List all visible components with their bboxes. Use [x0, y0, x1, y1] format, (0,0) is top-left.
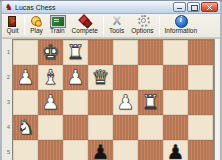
toolbar-separator — [24, 16, 25, 35]
square-g3[interactable]: ♟ — [38, 90, 63, 115]
app-logo-icon: ♞ — [5, 2, 13, 13]
black-pawn-b5[interactable]: ♟ — [163, 140, 188, 160]
play-coins-icon — [30, 15, 43, 27]
puzzle-icon — [78, 15, 91, 27]
square-c3[interactable]: ♜ — [138, 90, 163, 115]
square-a3[interactable] — [188, 90, 213, 115]
square-g1[interactable]: ♚ — [38, 40, 63, 65]
toolbar-label-options: Options — [131, 27, 153, 34]
toolbar-item-compete[interactable]: Compete — [70, 15, 100, 34]
square-c1[interactable] — [138, 40, 163, 65]
square-f5[interactable] — [63, 140, 88, 160]
square-b4[interactable] — [163, 115, 188, 140]
white-knight-h4[interactable]: ♞ — [13, 115, 38, 140]
close-button[interactable] — [201, 2, 218, 12]
square-f1[interactable]: ♜ — [63, 40, 88, 65]
white-pawn-d3[interactable]: ♟ — [113, 90, 138, 115]
titlebar[interactable]: ♞ Lucas Chess — [2, 1, 220, 14]
white-rook-f1[interactable]: ♜ — [63, 40, 88, 65]
rank-label-1: 1 — [2, 40, 12, 65]
square-d2[interactable] — [113, 65, 138, 90]
rank-labels: 12345 — [2, 39, 12, 160]
board-panel: 12345 ♚♜♟♝♟♛♟♟♜♞♟♟ — [2, 38, 220, 160]
square-b3[interactable] — [163, 90, 188, 115]
rank-label-4: 4 — [2, 115, 12, 140]
gear-icon — [136, 15, 149, 27]
chess-board[interactable]: ♚♜♟♝♟♛♟♟♜♞♟♟ — [13, 40, 213, 160]
square-b2[interactable] — [163, 65, 188, 90]
square-e3[interactable] — [88, 90, 113, 115]
square-d4[interactable] — [113, 115, 138, 140]
white-pawn-h2[interactable]: ♟ — [13, 65, 38, 90]
maximize-button[interactable] — [187, 2, 200, 12]
square-e2[interactable]: ♛ — [88, 65, 113, 90]
toolbar-item-play[interactable]: Play — [28, 15, 45, 34]
chalkboard-icon — [51, 15, 64, 27]
toolbar-separator — [159, 16, 160, 35]
square-h2[interactable]: ♟ — [13, 65, 38, 90]
board-right-frame — [214, 39, 219, 160]
square-g5[interactable] — [38, 140, 63, 160]
toolbar-label-train: Train — [50, 27, 65, 34]
white-queen-e2[interactable]: ♛ — [88, 65, 113, 90]
toolbar-item-quit[interactable]: Quit — [4, 15, 21, 34]
board-frame: ♚♜♟♝♟♛♟♟♜♞♟♟ — [12, 39, 214, 160]
square-h5[interactable] — [13, 140, 38, 160]
square-h1[interactable] — [13, 40, 38, 65]
exit-door-icon — [6, 15, 19, 27]
square-a2[interactable] — [188, 65, 213, 90]
rank-label-5: 5 — [2, 140, 12, 160]
square-f4[interactable] — [63, 115, 88, 140]
window-title: Lucas Chess — [15, 4, 173, 11]
toolbar-item-tools[interactable]: Tools — [107, 15, 126, 34]
square-e4[interactable] — [88, 115, 113, 140]
square-f3[interactable] — [63, 90, 88, 115]
white-bishop-g2[interactable]: ♝ — [38, 65, 63, 90]
toolbar-item-train[interactable]: Train — [48, 15, 67, 34]
toolbar-label-compete: Compete — [72, 27, 98, 34]
square-e5[interactable]: ♟ — [88, 140, 113, 160]
toolbar-label-information: Information — [165, 27, 198, 34]
white-king-g1[interactable]: ♚ — [38, 40, 63, 65]
square-d1[interactable] — [113, 40, 138, 65]
minimize-button[interactable] — [173, 2, 186, 12]
square-c4[interactable] — [138, 115, 163, 140]
toolbar-label-quit: Quit — [6, 27, 19, 34]
black-pawn-e5[interactable]: ♟ — [88, 140, 113, 160]
square-d3[interactable]: ♟ — [113, 90, 138, 115]
rank-label-2: 2 — [2, 65, 12, 90]
square-d5[interactable] — [113, 140, 138, 160]
lucas-chess-window: ♞ Lucas Chess Quit Play Train Compete — [0, 0, 222, 160]
white-pawn-f2[interactable]: ♟ — [63, 65, 88, 90]
toolbar-item-information[interactable]: Information — [163, 15, 200, 34]
square-a1[interactable] — [188, 40, 213, 65]
window-controls — [173, 2, 218, 12]
toolbar-item-options[interactable]: Options — [129, 15, 155, 34]
square-h3[interactable] — [13, 90, 38, 115]
rank-label-3: 3 — [2, 90, 12, 115]
main-toolbar: Quit Play Train Compete Tools Options In… — [2, 14, 220, 38]
square-a5[interactable] — [188, 140, 213, 160]
toolbar-label-play: Play — [30, 27, 43, 34]
white-rook-c3[interactable]: ♜ — [138, 90, 163, 115]
info-icon — [174, 15, 187, 27]
toolbar-separator — [103, 16, 104, 35]
square-g4[interactable] — [38, 115, 63, 140]
white-pawn-g3[interactable]: ♟ — [38, 90, 63, 115]
square-b5[interactable]: ♟ — [163, 140, 188, 160]
square-c2[interactable] — [138, 65, 163, 90]
square-h4[interactable]: ♞ — [13, 115, 38, 140]
scissors-icon — [110, 15, 123, 27]
square-f2[interactable]: ♟ — [63, 65, 88, 90]
square-c5[interactable] — [138, 140, 163, 160]
toolbar-label-tools: Tools — [109, 27, 124, 34]
square-a4[interactable] — [188, 115, 213, 140]
square-g2[interactable]: ♝ — [38, 65, 63, 90]
square-e1[interactable] — [88, 40, 113, 65]
square-b1[interactable] — [163, 40, 188, 65]
